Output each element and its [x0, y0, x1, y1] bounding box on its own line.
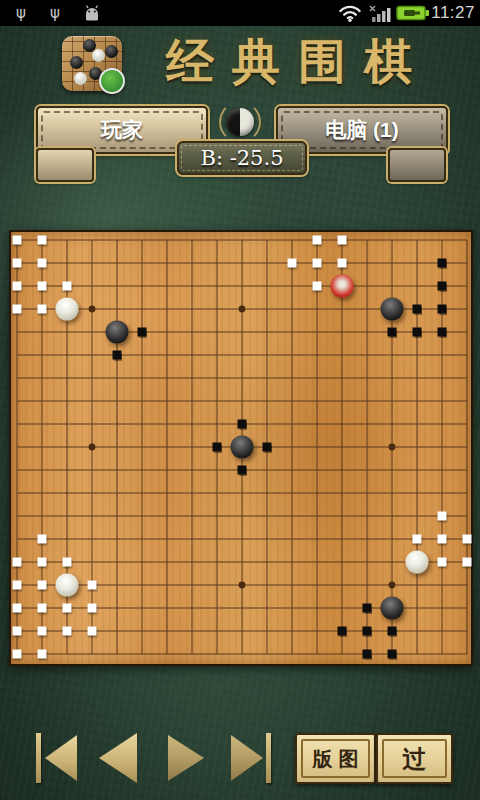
black-territory-marker	[363, 604, 372, 613]
black-territory-marker	[363, 650, 372, 659]
app-title: 经典围棋	[130, 28, 466, 94]
black-stone	[231, 436, 254, 459]
first-move-icon	[45, 735, 77, 781]
white-stone	[56, 574, 79, 597]
signal-icon	[368, 4, 392, 26]
black-territory-marker	[413, 328, 422, 337]
opponent-plaque-ornament	[388, 148, 446, 182]
black-territory-marker	[338, 627, 347, 636]
red-marked-stone	[331, 275, 354, 298]
white-territory-marker	[313, 282, 322, 291]
white-territory-marker	[88, 581, 97, 590]
black-territory-marker	[388, 328, 397, 337]
score-box: B: -25.5	[177, 141, 307, 175]
white-territory-marker	[38, 581, 47, 590]
white-territory-marker	[413, 535, 422, 544]
previous-move-button[interactable]	[97, 733, 139, 783]
black-territory-marker	[363, 627, 372, 636]
white-territory-marker	[313, 236, 322, 245]
territory-button[interactable]: 版图	[295, 733, 376, 784]
go-board	[9, 230, 473, 666]
app-icon-badge	[99, 68, 125, 94]
white-territory-marker	[13, 305, 22, 314]
turn-indicator	[222, 104, 258, 140]
status-bar: ψ ψ	[0, 0, 480, 26]
white-territory-marker	[338, 259, 347, 268]
black-territory-marker	[238, 420, 247, 429]
player-plaque-ornament	[36, 148, 94, 182]
white-territory-marker	[13, 604, 22, 613]
white-territory-marker	[438, 558, 447, 567]
white-territory-marker	[13, 259, 22, 268]
first-move-icon	[36, 733, 41, 783]
previous-move-icon	[99, 733, 137, 783]
white-territory-marker	[63, 282, 72, 291]
territory-button-label: 版图	[297, 745, 374, 772]
white-territory-marker	[38, 236, 47, 245]
white-territory-marker	[313, 259, 322, 268]
score-text: B: -25.5	[179, 146, 305, 170]
white-territory-marker	[463, 558, 472, 567]
black-territory-marker	[438, 259, 447, 268]
pass-button-label: 过	[378, 743, 451, 775]
wifi-icon	[338, 5, 362, 26]
white-territory-marker	[38, 558, 47, 567]
black-stone	[106, 321, 129, 344]
usb-icon: ψ	[50, 4, 60, 22]
white-territory-marker	[13, 650, 22, 659]
white-territory-marker	[38, 535, 47, 544]
white-territory-marker	[38, 305, 47, 314]
white-territory-marker	[13, 581, 22, 590]
white-territory-marker	[338, 236, 347, 245]
next-move-icon	[168, 735, 204, 781]
black-territory-marker	[413, 305, 422, 314]
black-territory-marker	[113, 351, 122, 360]
white-stone	[406, 551, 429, 574]
black-territory-marker	[138, 328, 147, 337]
opponent-name: 电脑 (1)	[278, 116, 446, 144]
black-territory-marker	[438, 305, 447, 314]
black-territory-marker	[388, 650, 397, 659]
title-bar: 经典围棋	[0, 26, 480, 96]
white-territory-marker	[88, 604, 97, 613]
white-territory-marker	[63, 558, 72, 567]
black-stone	[381, 298, 404, 321]
black-territory-marker	[438, 282, 447, 291]
player-name: 玩家	[38, 116, 206, 144]
last-move-icon	[266, 733, 271, 783]
white-territory-marker	[438, 512, 447, 521]
first-move-button[interactable]	[36, 733, 80, 783]
black-territory-marker	[438, 328, 447, 337]
white-territory-marker	[38, 650, 47, 659]
next-move-button[interactable]	[166, 733, 206, 783]
white-territory-marker	[288, 259, 297, 268]
white-territory-marker	[88, 627, 97, 636]
white-territory-marker	[38, 604, 47, 613]
last-move-button[interactable]	[231, 733, 273, 783]
battery-icon	[396, 5, 430, 25]
go-stone-icon	[74, 72, 87, 85]
screen: ψ ψ	[0, 0, 480, 800]
pass-button[interactable]: 过	[376, 733, 453, 784]
status-time: 11:27	[431, 3, 475, 23]
white-territory-marker	[38, 259, 47, 268]
white-stone	[56, 298, 79, 321]
white-territory-marker	[63, 604, 72, 613]
white-territory-marker	[13, 627, 22, 636]
white-territory-marker	[438, 535, 447, 544]
app-icon	[62, 36, 122, 91]
white-territory-marker	[13, 282, 22, 291]
black-territory-marker	[388, 627, 397, 636]
last-move-icon	[231, 735, 263, 781]
black-territory-marker	[238, 466, 247, 475]
black-white-stone-icon	[226, 108, 254, 136]
go-stone-icon	[92, 49, 105, 62]
black-territory-marker	[263, 443, 272, 452]
black-territory-marker	[213, 443, 222, 452]
go-stone-icon	[105, 45, 118, 58]
black-stone	[381, 597, 404, 620]
android-icon	[82, 5, 102, 25]
white-territory-marker	[38, 627, 47, 636]
board-grid[interactable]	[11, 232, 471, 664]
white-territory-marker	[63, 627, 72, 636]
usb-icon: ψ	[16, 4, 26, 22]
white-territory-marker	[13, 236, 22, 245]
white-territory-marker	[463, 535, 472, 544]
white-territory-marker	[38, 282, 47, 291]
go-stone-icon	[70, 56, 83, 69]
white-territory-marker	[13, 558, 22, 567]
